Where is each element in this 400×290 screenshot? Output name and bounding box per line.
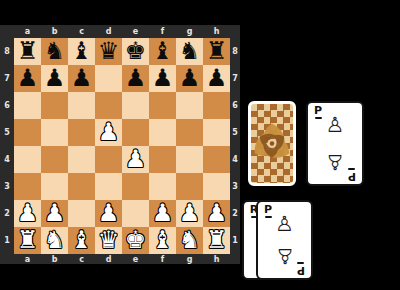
coord-label: 7 [230,65,240,92]
square-c4[interactable] [68,146,95,173]
hand-card-pawn[interactable]: P P ♙ ♙ [256,200,313,280]
square-e6[interactable] [122,92,149,119]
black-pawn[interactable]: ♟ [122,65,149,92]
square-d6[interactable] [95,92,122,119]
black-pawn[interactable]: ♟ [68,65,95,92]
coord-label: 5 [0,119,14,146]
square-e7[interactable]: ♟ [122,65,149,92]
square-d8[interactable]: ♛ [95,38,122,65]
white-pawn[interactable]: ♟ [122,146,149,173]
coord-label: 6 [0,92,14,119]
coord-label: 2 [0,200,14,227]
square-a4[interactable] [14,146,41,173]
card-corner: P [312,105,324,119]
coord-label: 4 [0,146,14,173]
square-h8[interactable]: ♜ [203,38,230,65]
pawn-pip-icon: ♙ [275,245,294,266]
square-a3[interactable] [14,173,41,200]
square-e2[interactable] [122,200,149,227]
square-f1[interactable]: ♝ [149,227,176,254]
white-pawn[interactable]: ♟ [203,200,230,227]
coord-label: 7 [0,65,14,92]
square-f5[interactable] [149,119,176,146]
black-bishop[interactable]: ♝ [68,38,95,65]
square-b5[interactable] [41,119,68,146]
square-g4[interactable] [176,146,203,173]
square-d3[interactable] [95,173,122,200]
pawn-pip-icon: ♙ [275,214,294,235]
card-letter: P [295,265,307,276]
square-b2[interactable]: ♟ [41,200,68,227]
spiral-swirl-icon [251,104,293,183]
square-g2[interactable]: ♟ [176,200,203,227]
card-letter: P [346,171,358,182]
square-e4[interactable]: ♟ [122,146,149,173]
square-c7[interactable]: ♟ [68,65,95,92]
square-f7[interactable]: ♟ [149,65,176,92]
square-b3[interactable] [41,173,68,200]
square-g7[interactable]: ♟ [176,65,203,92]
rank-labels-right: 87654321 [230,38,240,254]
card-corner-rotated: P [346,168,358,182]
coord-label: d [95,254,122,264]
square-f6[interactable] [149,92,176,119]
square-b8[interactable]: ♞ [41,38,68,65]
square-b4[interactable] [41,146,68,173]
pawn-mini-icon [315,117,322,119]
coord-label: 1 [230,227,240,254]
coord-label: 1 [0,227,14,254]
white-pawn[interactable]: ♟ [149,200,176,227]
white-pawn[interactable]: ♟ [41,200,68,227]
white-pawn[interactable]: ♟ [176,200,203,227]
square-e5[interactable] [122,119,149,146]
pawn-mini-icon [265,216,272,218]
square-b7[interactable]: ♟ [41,65,68,92]
black-knight[interactable]: ♞ [41,38,68,65]
board-grid: ♜♞♝♛♚♝♞♜♟♟♟♟♟♟♟♟♟♟♟♟♟♟♟♜♞♝♛♚♝♞♜ [14,38,230,254]
chess-board: abcdefgh abcdefgh 87654321 87654321 ♜♞♝♛… [0,25,240,264]
square-g8[interactable]: ♞ [176,38,203,65]
coord-label: h [203,254,230,264]
black-pawn[interactable]: ♟ [41,65,68,92]
card-corner: P [262,204,274,218]
square-h2[interactable]: ♟ [203,200,230,227]
square-a2[interactable]: ♟ [14,200,41,227]
coord-label: 4 [230,146,240,173]
square-f8[interactable]: ♝ [149,38,176,65]
black-rook[interactable]: ♜ [14,38,41,65]
white-bishop[interactable]: ♝ [149,227,176,254]
coord-label: 6 [230,92,240,119]
coord-label: e [122,254,149,264]
coord-label: 8 [230,38,240,65]
coord-label: g [176,254,203,264]
square-h5[interactable] [203,119,230,146]
black-pawn[interactable]: ♟ [176,65,203,92]
square-a6[interactable] [14,92,41,119]
rank-labels-left: 87654321 [0,38,14,254]
black-king[interactable]: ♚ [122,38,149,65]
square-d7[interactable] [95,65,122,92]
coord-label: 3 [0,173,14,200]
black-bishop[interactable]: ♝ [149,38,176,65]
coord-label: c [68,254,95,264]
square-c1[interactable]: ♝ [68,227,95,254]
black-pawn[interactable]: ♟ [203,65,230,92]
black-pawn[interactable]: ♟ [14,65,41,92]
square-c2[interactable] [68,200,95,227]
square-h1[interactable]: ♜ [203,227,230,254]
square-f3[interactable] [149,173,176,200]
square-c8[interactable]: ♝ [68,38,95,65]
game-window: abcdefgh abcdefgh 87654321 87654321 ♜♞♝♛… [0,0,400,290]
pawn-pip-icon: ♙ [326,151,345,172]
white-pawn[interactable]: ♟ [95,200,122,227]
white-knight[interactable]: ♞ [41,227,68,254]
square-e3[interactable] [122,173,149,200]
square-d2[interactable]: ♟ [95,200,122,227]
card-corner-rotated: P [295,262,307,276]
square-c3[interactable] [68,173,95,200]
square-g1[interactable]: ♞ [176,227,203,254]
square-e8[interactable]: ♚ [122,38,149,65]
square-a5[interactable] [14,119,41,146]
card-letter: P [262,204,274,215]
revealed-card-pawn[interactable]: P P ♙ ♙ [306,101,364,186]
square-g5[interactable] [176,119,203,146]
square-h7[interactable]: ♟ [203,65,230,92]
white-queen[interactable]: ♛ [95,227,122,254]
square-h6[interactable] [203,92,230,119]
file-labels-bottom: abcdefgh [14,254,230,264]
coord-label: f [149,254,176,264]
coord-label: 5 [230,119,240,146]
coord-label: 2 [230,200,240,227]
coord-label: a [14,254,41,264]
pawn-pip-icon: ♙ [326,115,345,136]
coord-label: 8 [0,38,14,65]
black-rook[interactable]: ♜ [203,38,230,65]
white-rook[interactable]: ♜ [14,227,41,254]
white-king[interactable]: ♚ [122,227,149,254]
white-rook[interactable]: ♜ [203,227,230,254]
square-d1[interactable]: ♛ [95,227,122,254]
black-queen[interactable]: ♛ [95,38,122,65]
white-pawn[interactable]: ♟ [14,200,41,227]
square-h4[interactable] [203,146,230,173]
square-c6[interactable] [68,92,95,119]
square-a1[interactable]: ♜ [14,227,41,254]
black-knight[interactable]: ♞ [176,38,203,65]
square-b6[interactable] [41,92,68,119]
card-letter: P [312,105,324,116]
square-f2[interactable]: ♟ [149,200,176,227]
square-d5[interactable]: ♟ [95,119,122,146]
square-a7[interactable]: ♟ [14,65,41,92]
white-pawn[interactable]: ♟ [95,119,122,146]
coord-label: 3 [230,173,240,200]
square-d4[interactable] [95,146,122,173]
square-h3[interactable] [203,173,230,200]
coord-label: b [41,254,68,264]
black-pawn[interactable]: ♟ [149,65,176,92]
square-g6[interactable] [176,92,203,119]
deck-card-back[interactable] [248,101,296,186]
white-bishop[interactable]: ♝ [68,227,95,254]
square-c5[interactable] [68,119,95,146]
square-g3[interactable] [176,173,203,200]
square-a8[interactable]: ♜ [14,38,41,65]
square-f4[interactable] [149,146,176,173]
square-e1[interactable]: ♚ [122,227,149,254]
white-knight[interactable]: ♞ [176,227,203,254]
square-b1[interactable]: ♞ [41,227,68,254]
